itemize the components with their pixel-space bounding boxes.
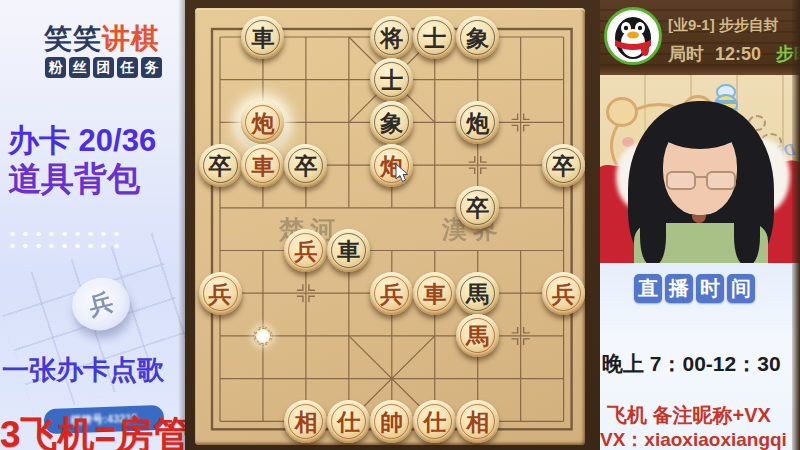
penguin-icon [607, 10, 659, 62]
game-stage: 楚河 漢界 車将士象士炮象炮卒車卒炮卒卒兵車兵兵車馬兵馬相仕帥仕相 [185, 0, 600, 450]
piece-black-chariot[interactable]: 車 [241, 16, 284, 59]
xiangqi-board[interactable]: 楚河 漢界 車将士象士炮象炮卒車卒炮卒卒兵車兵兵車馬兵馬相仕帥仕相 [195, 8, 585, 445]
live-time-char-box: 间 [727, 274, 755, 303]
schedule-text: 晚上 7：00-12：30 [602, 350, 781, 378]
piece-black-soldier[interactable]: 卒 [542, 144, 585, 187]
hair-strand [734, 195, 760, 263]
live-time-char-box: 直 [634, 274, 662, 303]
right-edge-trim [792, 0, 800, 450]
live-time-char-box: 时 [696, 274, 724, 303]
game-time-value: 12:50 [715, 44, 761, 64]
card-progress-text: 办卡 20/36 [8, 120, 156, 162]
fan-club-badge: 粉丝团任务 [45, 57, 162, 78]
mouse-cursor [395, 163, 411, 183]
piece-black-soldier[interactable]: 卒 [284, 144, 327, 187]
song-request-text: 一张办卡点歌 [2, 352, 164, 388]
glasses-right-lens [706, 171, 736, 190]
fan-badge-char: 务 [141, 57, 162, 78]
webcam-feed: Disney Disney [600, 75, 800, 263]
piece-black-soldier[interactable]: 卒 [199, 144, 242, 187]
piece-black-general[interactable]: 将 [370, 16, 413, 59]
channel-logo: 笑笑讲棋 [44, 20, 160, 58]
fan-badge-char: 任 [117, 57, 138, 78]
stream-screen: 笑笑讲棋 粉丝团任务 办卡 20/36 道具背包 兵 一张办卡点歌 棋牌号:43… [0, 0, 800, 450]
piece-black-horse[interactable]: 馬 [456, 272, 499, 315]
piece-red-elephant[interactable]: 相 [456, 400, 499, 443]
item-backpack-text: 道具背包 [8, 157, 140, 202]
piece-red-elephant[interactable]: 相 [284, 400, 327, 443]
piece-red-general[interactable]: 帥 [370, 400, 413, 443]
bear-ear-icon [606, 97, 638, 127]
streamer-bangs [656, 103, 744, 149]
contact-line1: 飞机 备注昵称+VX [607, 402, 771, 429]
piece-red-chariot[interactable]: 車 [413, 272, 456, 315]
clock-row: 局时 12:50 步时 [668, 42, 800, 66]
piece-red-chariot[interactable]: 車 [241, 144, 284, 187]
piece-black-elephant[interactable]: 象 [456, 16, 499, 59]
piece-red-soldier[interactable]: 兵 [370, 272, 413, 315]
qq-avatar[interactable] [604, 7, 662, 65]
fan-badge-char: 丝 [69, 57, 90, 78]
game-time-label: 局时 [668, 44, 704, 64]
fan-badge-char: 粉 [45, 57, 66, 78]
logo-part1: 笑笑 [44, 23, 102, 54]
logo-part2: 讲棋 [102, 23, 160, 54]
moderator-offer-text: 3飞机=房管 [0, 410, 190, 450]
piece-red-soldier[interactable]: 兵 [199, 272, 242, 315]
fan-badge-char: 团 [93, 57, 114, 78]
contact-line2: VX：xiaoxiaoxiangqi [600, 427, 787, 450]
hair-strand [640, 195, 666, 263]
player-tag: [业9-1] 步步自封 [668, 16, 779, 35]
glasses-left-lens [666, 171, 696, 190]
move-origin-marker [253, 326, 273, 346]
live-time-title: 直播时间 [634, 274, 755, 303]
left-sidebar: 笑笑讲棋 粉丝团任务 办卡 20/36 道具背包 兵 一张办卡点歌 棋牌号:43… [0, 0, 190, 450]
piece-black-elephant[interactable]: 象 [370, 101, 413, 144]
live-time-char-box: 播 [665, 274, 693, 303]
piece-red-advisor[interactable]: 仕 [327, 400, 370, 443]
piece-black-advisor[interactable]: 士 [413, 16, 456, 59]
piece-red-advisor[interactable]: 仕 [413, 400, 456, 443]
piece-black-cannon[interactable]: 炮 [456, 101, 499, 144]
glasses-bridge [696, 176, 706, 178]
piece-red-soldier[interactable]: 兵 [542, 272, 585, 315]
